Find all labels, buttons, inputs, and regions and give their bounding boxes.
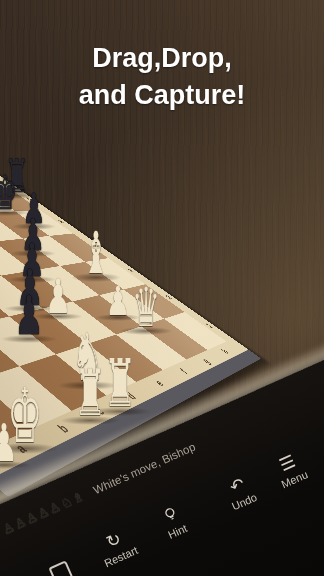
file-label-e: e [152,378,166,388]
file-label-f: f [178,367,190,376]
piece-white-queen-h4[interactable]: ♛ [132,281,160,335]
piece-white-rook-d1[interactable]: ♜ [103,351,136,417]
piece-white-bishop-h6[interactable]: ♝ [83,224,109,282]
piece-white-pawn-a2[interactable]: ♟ [0,417,18,469]
hint-button[interactable]: Hint [141,495,206,548]
partial-button-icon[interactable] [48,560,73,576]
piece-black-king-g8[interactable]: ♚ [0,168,18,216]
promo-title-line1: Drag,Drop, [0,40,324,77]
restart-button[interactable]: ↻ Restart [84,520,149,573]
promo-title-line2: and Capture! [0,77,324,114]
file-label-b: b [54,422,71,435]
file-label-h: h [219,347,231,355]
piece-black-pawn-c4[interactable]: ♟ [14,289,44,343]
piece-white-rook-c1[interactable]: ♜ [74,361,106,425]
file-label-g: g [199,356,212,365]
promo-title: Drag,Drop, and Capture! [0,40,324,114]
piece-white-pawn-f5[interactable]: ♟ [45,272,72,320]
menu-button[interactable]: ☰ Menu [258,443,323,496]
app-screen: Drag,Drop, and Capture! abcdefgh12345678… [0,0,324,576]
piece-white-pawn-g4[interactable]: ♟ [106,281,130,321]
